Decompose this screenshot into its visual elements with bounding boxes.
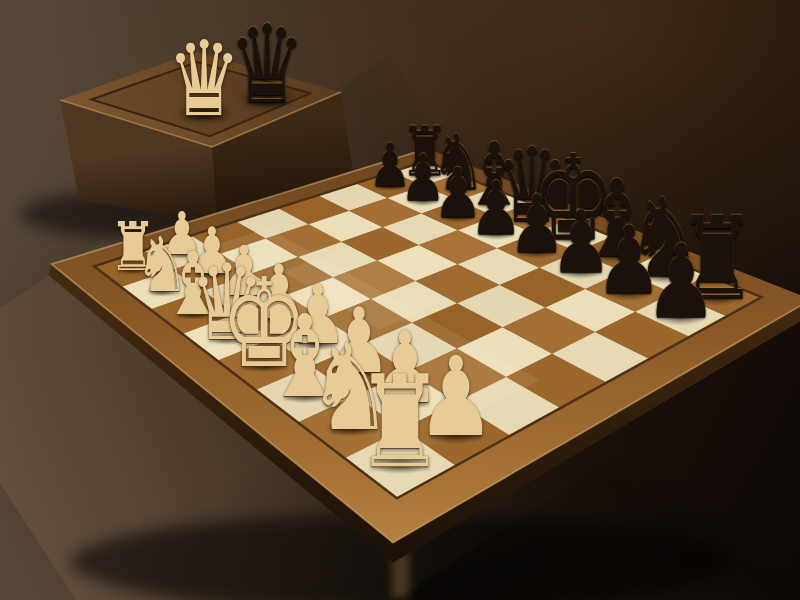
piece-white-queen-on-box[interactable]: ♛ (167, 33, 242, 127)
piece-black-pawn-h7[interactable]: ♟ (644, 236, 717, 328)
piece-white-rook-h1[interactable]: ♜ (354, 365, 445, 479)
pieces-layer: ♜♞♝♛♚♝♞♜♟♟♟♟♟♟♟♟♟♟♟♟♟♟♟♟♜♞♝♛♚♝♞♜♛♛ (0, 0, 800, 600)
